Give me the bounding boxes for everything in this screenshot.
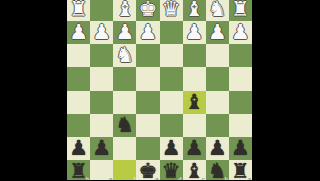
piece-black-pawn[interactable]: ♟ xyxy=(90,137,113,160)
square-e1[interactable]: ♚ xyxy=(136,0,159,21)
square-g6[interactable] xyxy=(90,114,113,137)
file-label-h: h xyxy=(86,177,89,181)
square-b3[interactable] xyxy=(206,44,229,67)
square-g7[interactable]: ♟ xyxy=(90,137,113,160)
square-e5[interactable] xyxy=(136,91,159,114)
square-b1[interactable]: ♞ xyxy=(206,0,229,21)
square-e7[interactable] xyxy=(136,137,159,160)
square-b5[interactable] xyxy=(206,91,229,114)
piece-white-bishop[interactable]: ♝ xyxy=(113,0,136,21)
piece-black-pawn[interactable]: ♟ xyxy=(67,137,90,160)
pillarbox-left xyxy=(0,0,67,180)
square-b7[interactable]: ♟ xyxy=(206,137,229,160)
square-a5[interactable] xyxy=(229,91,252,114)
square-f8[interactable]: f xyxy=(113,160,136,180)
square-f6[interactable]: ♞ xyxy=(113,114,136,137)
piece-white-knight[interactable]: ♞ xyxy=(113,44,136,67)
square-e2[interactable]: ♟ xyxy=(136,21,159,44)
piece-white-pawn[interactable]: ♟ xyxy=(229,21,252,44)
square-g1[interactable] xyxy=(90,0,113,21)
square-h4[interactable] xyxy=(67,67,90,90)
video-frame: ♜♝♚♛♝♞♜♟♟♟♟♟♟♟♞♝♞♟♟♟♟♟♟♜hgf♚e♛d♝c♞b♜a xyxy=(0,0,320,180)
square-f5[interactable] xyxy=(113,91,136,114)
square-h3[interactable] xyxy=(67,44,90,67)
piece-black-pawn[interactable]: ♟ xyxy=(183,137,206,160)
square-a3[interactable] xyxy=(229,44,252,67)
file-label-b: b xyxy=(225,177,228,181)
piece-black-pawn[interactable]: ♟ xyxy=(229,137,252,160)
file-label-e: e xyxy=(155,177,158,181)
square-b8[interactable]: ♞b xyxy=(206,160,229,180)
square-h2[interactable]: ♟ xyxy=(67,21,90,44)
pillarbox-right xyxy=(252,0,320,180)
square-c8[interactable]: ♝c xyxy=(183,160,206,180)
square-g3[interactable] xyxy=(90,44,113,67)
piece-white-pawn[interactable]: ♟ xyxy=(183,21,206,44)
piece-white-pawn[interactable]: ♟ xyxy=(90,21,113,44)
square-c6[interactable] xyxy=(183,114,206,137)
square-c3[interactable] xyxy=(183,44,206,67)
square-d6[interactable] xyxy=(160,114,183,137)
piece-white-queen[interactable]: ♛ xyxy=(160,0,183,21)
square-d2[interactable] xyxy=(160,21,183,44)
square-e8[interactable]: ♚e xyxy=(136,160,159,180)
piece-white-bishop[interactable]: ♝ xyxy=(183,0,206,21)
square-d8[interactable]: ♛d xyxy=(160,160,183,180)
file-label-f: f xyxy=(134,177,136,181)
square-g5[interactable] xyxy=(90,91,113,114)
square-a4[interactable] xyxy=(229,67,252,90)
square-a1[interactable]: ♜ xyxy=(229,0,252,21)
square-a6[interactable] xyxy=(229,114,252,137)
piece-white-pawn[interactable]: ♟ xyxy=(67,21,90,44)
piece-white-knight[interactable]: ♞ xyxy=(206,0,229,21)
square-c5[interactable]: ♝ xyxy=(183,91,206,114)
square-g8[interactable]: g xyxy=(90,160,113,180)
square-g2[interactable]: ♟ xyxy=(90,21,113,44)
piece-white-pawn[interactable]: ♟ xyxy=(206,21,229,44)
piece-white-pawn[interactable]: ♟ xyxy=(136,21,159,44)
square-a2[interactable]: ♟ xyxy=(229,21,252,44)
piece-black-bishop[interactable]: ♝ xyxy=(183,91,206,114)
piece-white-rook[interactable]: ♜ xyxy=(67,0,90,21)
square-h1[interactable]: ♜ xyxy=(67,0,90,21)
file-label-a: a xyxy=(248,177,251,181)
square-f2[interactable]: ♟ xyxy=(113,21,136,44)
square-c4[interactable] xyxy=(183,67,206,90)
square-h6[interactable] xyxy=(67,114,90,137)
square-d3[interactable] xyxy=(160,44,183,67)
square-h8[interactable]: ♜h xyxy=(67,160,90,180)
square-g4[interactable] xyxy=(90,67,113,90)
piece-white-rook[interactable]: ♜ xyxy=(229,0,252,21)
file-label-d: d xyxy=(178,177,181,181)
square-c7[interactable]: ♟ xyxy=(183,137,206,160)
square-d4[interactable] xyxy=(160,67,183,90)
square-e6[interactable] xyxy=(136,114,159,137)
chess-board[interactable]: ♜♝♚♛♝♞♜♟♟♟♟♟♟♟♞♝♞♟♟♟♟♟♟♜hgf♚e♛d♝c♞b♜a xyxy=(67,0,252,180)
square-f4[interactable] xyxy=(113,67,136,90)
square-b6[interactable] xyxy=(206,114,229,137)
piece-black-knight[interactable]: ♞ xyxy=(113,114,136,137)
square-e3[interactable] xyxy=(136,44,159,67)
piece-black-pawn[interactable]: ♟ xyxy=(206,137,229,160)
square-f7[interactable] xyxy=(113,137,136,160)
piece-white-king[interactable]: ♚ xyxy=(136,0,159,21)
piece-black-pawn[interactable]: ♟ xyxy=(160,137,183,160)
square-d7[interactable]: ♟ xyxy=(160,137,183,160)
square-f3[interactable]: ♞ xyxy=(113,44,136,67)
square-a7[interactable]: ♟ xyxy=(229,137,252,160)
piece-white-pawn[interactable]: ♟ xyxy=(113,21,136,44)
square-b2[interactable]: ♟ xyxy=(206,21,229,44)
square-a8[interactable]: ♜a xyxy=(229,160,252,180)
square-d1[interactable]: ♛ xyxy=(160,0,183,21)
square-d5[interactable] xyxy=(160,91,183,114)
square-h7[interactable]: ♟ xyxy=(67,137,90,160)
square-h5[interactable] xyxy=(67,91,90,114)
file-label-g: g xyxy=(109,177,112,181)
square-c1[interactable]: ♝ xyxy=(183,0,206,21)
file-label-c: c xyxy=(202,177,205,181)
square-c2[interactable]: ♟ xyxy=(183,21,206,44)
square-e4[interactable] xyxy=(136,67,159,90)
square-b4[interactable] xyxy=(206,67,229,90)
square-f1[interactable]: ♝ xyxy=(113,0,136,21)
